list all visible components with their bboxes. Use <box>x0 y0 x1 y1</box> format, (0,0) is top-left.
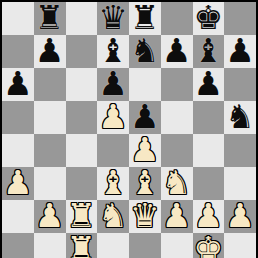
square-b7[interactable]: ♟ <box>34 35 66 68</box>
square-f2[interactable]: ♟ <box>161 200 193 233</box>
square-b1[interactable] <box>34 233 66 258</box>
white-pawn-piece[interactable]: ♟ <box>162 199 192 232</box>
square-a8[interactable] <box>2 2 34 35</box>
white-pawn-piece[interactable]: ♟ <box>98 100 128 133</box>
square-g1[interactable]: ♚ <box>193 233 225 258</box>
black-pawn-piece[interactable]: ♟ <box>35 34 65 67</box>
black-bishop-piece[interactable]: ♝ <box>98 34 128 67</box>
white-bishop-piece[interactable]: ♝ <box>98 166 128 199</box>
black-pawn-piece[interactable]: ♟ <box>130 100 160 133</box>
square-b5[interactable] <box>34 101 66 134</box>
square-h4[interactable] <box>224 134 256 167</box>
square-a5[interactable] <box>2 101 34 134</box>
square-e1[interactable] <box>129 233 161 258</box>
black-rook-piece[interactable]: ♜ <box>130 1 160 34</box>
black-pawn-piece[interactable]: ♟ <box>3 67 33 100</box>
square-d1[interactable] <box>97 233 129 258</box>
white-pawn-piece[interactable]: ♟ <box>194 199 224 232</box>
square-h2[interactable]: ♟ <box>224 200 256 233</box>
white-pawn-piece[interactable]: ♟ <box>130 133 160 166</box>
white-queen-piece[interactable]: ♛ <box>130 199 160 232</box>
square-b6[interactable] <box>34 68 66 101</box>
black-knight-piece[interactable]: ♞ <box>130 34 160 67</box>
chess-board: ♜♛♜♚♟♝♞♟♝♟♟♟♟♟♟♞♟♟♝♝♞♟♜♞♛♟♟♟♜♚ <box>0 0 258 258</box>
square-e7[interactable]: ♞ <box>129 35 161 68</box>
square-h1[interactable] <box>224 233 256 258</box>
square-d2[interactable]: ♞ <box>97 200 129 233</box>
square-g4[interactable] <box>193 134 225 167</box>
square-d5[interactable]: ♟ <box>97 101 129 134</box>
square-f6[interactable] <box>161 68 193 101</box>
black-pawn-piece[interactable]: ♟ <box>194 67 224 100</box>
white-pawn-piece[interactable]: ♟ <box>225 199 255 232</box>
white-knight-piece[interactable]: ♞ <box>162 166 192 199</box>
square-a3[interactable]: ♟ <box>2 167 34 200</box>
white-pawn-piece[interactable]: ♟ <box>3 166 33 199</box>
square-a2[interactable] <box>2 200 34 233</box>
square-b4[interactable] <box>34 134 66 167</box>
square-h7[interactable]: ♟ <box>224 35 256 68</box>
square-f1[interactable] <box>161 233 193 258</box>
square-c8[interactable] <box>66 2 98 35</box>
square-g6[interactable]: ♟ <box>193 68 225 101</box>
black-pawn-piece[interactable]: ♟ <box>225 34 255 67</box>
white-pawn-piece[interactable]: ♟ <box>35 199 65 232</box>
square-c6[interactable] <box>66 68 98 101</box>
square-f7[interactable]: ♟ <box>161 35 193 68</box>
square-a1[interactable] <box>2 233 34 258</box>
white-rook-piece[interactable]: ♜ <box>67 199 97 232</box>
white-bishop-piece[interactable]: ♝ <box>130 166 160 199</box>
white-knight-piece[interactable]: ♞ <box>98 199 128 232</box>
black-rook-piece[interactable]: ♜ <box>35 1 65 34</box>
black-bishop-piece[interactable]: ♝ <box>194 34 224 67</box>
square-f5[interactable] <box>161 101 193 134</box>
white-rook-piece[interactable]: ♜ <box>67 232 97 258</box>
square-g5[interactable] <box>193 101 225 134</box>
square-c4[interactable] <box>66 134 98 167</box>
black-pawn-piece[interactable]: ♟ <box>162 34 192 67</box>
black-queen-piece[interactable]: ♛ <box>98 1 128 34</box>
white-king-piece[interactable]: ♚ <box>194 232 224 258</box>
black-pawn-piece[interactable]: ♟ <box>98 67 128 100</box>
square-c5[interactable] <box>66 101 98 134</box>
black-knight-piece[interactable]: ♞ <box>225 100 255 133</box>
square-b2[interactable]: ♟ <box>34 200 66 233</box>
square-e2[interactable]: ♛ <box>129 200 161 233</box>
square-h5[interactable]: ♞ <box>224 101 256 134</box>
square-a6[interactable]: ♟ <box>2 68 34 101</box>
square-c7[interactable] <box>66 35 98 68</box>
square-c1[interactable]: ♜ <box>66 233 98 258</box>
black-king-piece[interactable]: ♚ <box>194 1 224 34</box>
